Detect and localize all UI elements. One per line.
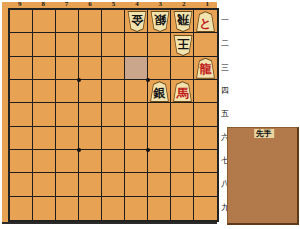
square-1-2[interactable]: [194, 33, 217, 56]
square-2-3[interactable]: [171, 57, 194, 80]
square-4-3[interactable]: [125, 57, 148, 80]
square-9-9[interactable]: [10, 197, 33, 220]
square-1-4[interactable]: [194, 80, 217, 103]
square-6-2[interactable]: [79, 33, 102, 56]
piece-kanji: 銀: [150, 81, 170, 102]
square-5-3[interactable]: [102, 57, 125, 80]
square-7-5[interactable]: [56, 103, 79, 126]
file-label-9: 9: [8, 0, 31, 8]
rank-label-4: 四: [221, 79, 229, 102]
square-6-7[interactable]: [79, 150, 102, 173]
square-3-8[interactable]: [148, 173, 171, 196]
square-8-9[interactable]: [33, 197, 56, 220]
piece-kanji: 銀: [150, 11, 170, 32]
square-5-1[interactable]: [102, 10, 125, 33]
square-5-4[interactable]: [102, 80, 125, 103]
square-4-7[interactable]: [125, 150, 148, 173]
file-label-6: 6: [78, 0, 101, 8]
square-8-8[interactable]: [33, 173, 56, 196]
square-2-8[interactable]: [171, 173, 194, 196]
file-label-3: 3: [149, 0, 172, 8]
square-5-7[interactable]: [102, 150, 125, 173]
piece-kanji: 王: [173, 35, 193, 56]
rank-label-5: 五: [221, 102, 229, 125]
square-9-5[interactable]: [10, 103, 33, 126]
square-8-7[interactable]: [33, 150, 56, 173]
square-3-2[interactable]: [148, 33, 171, 56]
square-4-4[interactable]: [125, 80, 148, 103]
piece-sente-tokin[interactable]: と: [196, 11, 216, 32]
file-label-1: 1: [196, 0, 219, 8]
square-4-8[interactable]: [125, 173, 148, 196]
square-7-9[interactable]: [56, 197, 79, 220]
square-9-8[interactable]: [10, 173, 33, 196]
piece-gote-gold[interactable]: 金: [127, 11, 147, 32]
piece-sente-promoted-bishop[interactable]: 馬: [173, 81, 193, 102]
square-1-7[interactable]: [194, 150, 217, 173]
square-8-1[interactable]: [33, 10, 56, 33]
square-1-5[interactable]: [194, 103, 217, 126]
square-2-5[interactable]: [171, 103, 194, 126]
rank-label-2: 二: [221, 32, 229, 55]
square-9-1[interactable]: [10, 10, 33, 33]
square-6-3[interactable]: [79, 57, 102, 80]
square-2-6[interactable]: [171, 127, 194, 150]
square-7-1[interactable]: [56, 10, 79, 33]
square-7-4[interactable]: [56, 80, 79, 103]
piece-kanji: 馬: [173, 81, 193, 102]
square-7-8[interactable]: [56, 173, 79, 196]
shogi-diagram: 987654321 金銀飛と王龍銀馬 一二三四五六七八九 先手: [0, 0, 300, 229]
square-6-1[interactable]: [79, 10, 102, 33]
square-3-6[interactable]: [148, 127, 171, 150]
shogi-board: 987654321 金銀飛と王龍銀馬: [2, 2, 217, 224]
square-9-2[interactable]: [10, 33, 33, 56]
square-2-9[interactable]: [171, 197, 194, 220]
square-1-6[interactable]: [194, 127, 217, 150]
file-label-8: 8: [31, 0, 54, 8]
piece-kanji: 飛: [173, 11, 193, 32]
sente-hand-label: 先手: [254, 129, 274, 138]
file-label-2: 2: [172, 0, 195, 8]
square-3-9[interactable]: [148, 197, 171, 220]
square-5-9[interactable]: [102, 197, 125, 220]
piece-kanji: と: [196, 11, 216, 32]
sente-hand-panel: 先手: [227, 127, 299, 225]
square-3-3[interactable]: [148, 57, 171, 80]
hoshi-dot: [77, 148, 81, 152]
square-6-6[interactable]: [79, 127, 102, 150]
square-7-7[interactable]: [56, 150, 79, 173]
square-4-9[interactable]: [125, 197, 148, 220]
square-6-4[interactable]: [79, 80, 102, 103]
square-8-2[interactable]: [33, 33, 56, 56]
rank-label-1: 一: [221, 9, 229, 32]
piece-kanji: 金: [127, 11, 147, 32]
square-5-2[interactable]: [102, 33, 125, 56]
square-8-3[interactable]: [33, 57, 56, 80]
square-5-6[interactable]: [102, 127, 125, 150]
square-6-8[interactable]: [79, 173, 102, 196]
file-label-7: 7: [55, 0, 78, 8]
piece-gote-rook[interactable]: 飛: [173, 11, 193, 32]
square-8-5[interactable]: [33, 103, 56, 126]
square-6-5[interactable]: [79, 103, 102, 126]
square-8-4[interactable]: [33, 80, 56, 103]
square-7-3[interactable]: [56, 57, 79, 80]
square-5-8[interactable]: [102, 173, 125, 196]
file-coordinates: 987654321: [8, 0, 219, 8]
square-3-7[interactable]: [148, 150, 171, 173]
square-5-5[interactable]: [102, 103, 125, 126]
piece-gote-king[interactable]: 王: [173, 35, 193, 56]
piece-gote-silver[interactable]: 銀: [150, 11, 170, 32]
square-1-8[interactable]: [194, 173, 217, 196]
hoshi-dot: [77, 78, 81, 82]
square-9-6[interactable]: [10, 127, 33, 150]
square-7-2[interactable]: [56, 33, 79, 56]
piece-sente-dragon[interactable]: 龍: [196, 58, 216, 79]
square-9-4[interactable]: [10, 80, 33, 103]
piece-kanji: 龍: [196, 58, 216, 79]
board-grid: 金銀飛と王龍銀馬: [8, 8, 219, 222]
square-4-6[interactable]: [125, 127, 148, 150]
square-3-5[interactable]: [148, 103, 171, 126]
square-2-7[interactable]: [171, 150, 194, 173]
file-label-4: 4: [125, 0, 148, 8]
square-1-9[interactable]: [194, 197, 217, 220]
square-7-6[interactable]: [56, 127, 79, 150]
square-6-9[interactable]: [79, 197, 102, 220]
hoshi-dot: [146, 148, 150, 152]
piece-sente-silver[interactable]: 銀: [150, 81, 170, 102]
square-9-3[interactable]: [10, 57, 33, 80]
rank-label-3: 三: [221, 56, 229, 79]
file-label-5: 5: [102, 0, 125, 8]
square-9-7[interactable]: [10, 150, 33, 173]
square-4-5[interactable]: [125, 103, 148, 126]
square-8-6[interactable]: [33, 127, 56, 150]
square-4-2[interactable]: [125, 33, 148, 56]
